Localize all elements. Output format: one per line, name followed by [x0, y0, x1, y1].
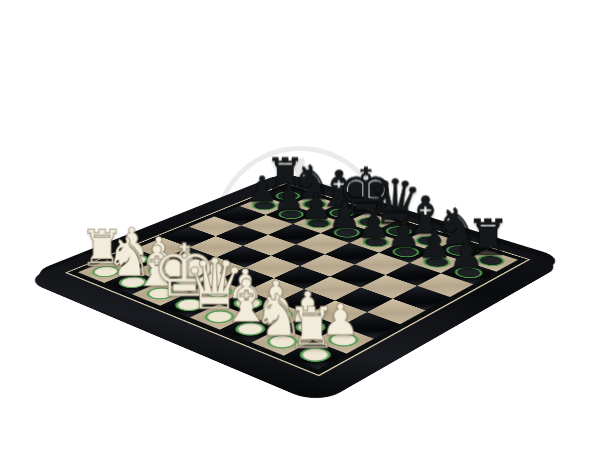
piece-white-rook-a1: ♜ — [286, 300, 337, 357]
square-a7: ♟ — [441, 261, 496, 284]
piece-black-pawn-c7: ♟ — [386, 215, 420, 253]
product-photo: ♚ ♜♞♝♚♛♝♞♜♟♟♟♟♟♟♟♟♟♟♟♟♟♟♟♟♜♞♝♚♛♝♞♜ — [0, 0, 600, 450]
board-plane: ♜♞♝♚♛♝♞♜♟♟♟♟♟♟♟♟♟♟♟♟♟♟♟♟♜♞♝♚♛♝♞♜ — [29, 172, 565, 396]
board-boundary-frame: ♜♞♝♚♛♝♞♜♟♟♟♟♟♟♟♟♟♟♟♟♟♟♟♟♜♞♝♚♛♝♞♜ — [65, 183, 531, 376]
piece-black-pawn-b7: ♟ — [417, 224, 452, 263]
board: ♜♞♝♚♛♝♞♜♟♟♟♟♟♟♟♟♟♟♟♟♟♟♟♟♜♞♝♚♛♝♞♜ — [78, 187, 518, 369]
ebony-board-slab: ♜♞♝♚♛♝♞♜♟♟♟♟♟♟♟♟♟♟♟♟♟♟♟♟♜♞♝♚♛♝♞♜ — [29, 172, 565, 396]
square-c6 — [355, 253, 410, 275]
piece-black-pawn-a7: ♟ — [449, 234, 484, 273]
piece-black-pawn-d7: ♟ — [357, 206, 391, 244]
board-scene: ♜♞♝♚♛♝♞♜♟♟♟♟♟♟♟♟♟♟♟♟♟♟♟♟♜♞♝♚♛♝♞♜ — [0, 0, 600, 450]
square-a1: ♜ — [284, 341, 346, 370]
